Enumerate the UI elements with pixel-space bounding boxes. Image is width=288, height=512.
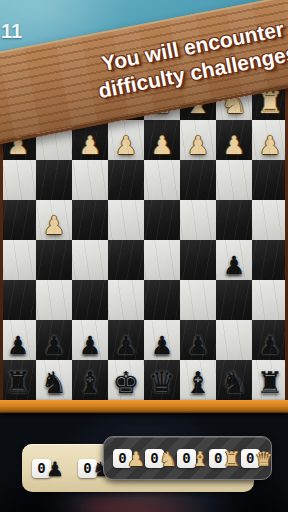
square[interactable]: ♚ [108,360,144,400]
square[interactable] [216,320,252,360]
level-number: 11 [1,20,22,43]
square[interactable]: ♛ [144,360,180,400]
square[interactable]: ♟ [216,120,252,160]
square[interactable] [216,160,252,200]
square[interactable] [180,160,216,200]
square[interactable] [216,200,252,240]
piece-wP[interactable]: ♟ [43,213,65,238]
square[interactable] [216,280,252,320]
square[interactable]: ♜ [0,360,36,400]
square[interactable]: ♟ [144,120,180,160]
piece-wP[interactable]: ♟ [115,133,137,158]
piece-bP[interactable]: ♟ [259,333,281,358]
square[interactable]: ♟ [180,320,216,360]
captured-counter-w-R: 0♜ [209,449,241,468]
piece-bB[interactable]: ♝ [185,368,212,398]
square[interactable] [72,200,108,240]
square[interactable] [108,240,144,280]
square[interactable]: ♟ [144,320,180,360]
app-screen: ♜♞♝♚♛♝♞♜♟♟♟♟♟♟♟♟♟♟♟♟♟♟♟♟♜♞♝♚♛♝♞♜ You wil… [0,0,288,512]
square[interactable]: ♟ [216,240,252,280]
square[interactable] [0,160,36,200]
square[interactable] [72,240,108,280]
white-piece-icon: ♟ [127,449,145,469]
square[interactable] [252,160,288,200]
piece-bP[interactable]: ♟ [43,333,65,358]
square[interactable]: ♟ [108,320,144,360]
captured-counter-b-P: 0♟ [32,459,64,478]
white-piece-icon: ♝ [191,449,209,469]
square[interactable] [36,160,72,200]
square[interactable] [0,240,36,280]
piece-bP[interactable]: ♟ [223,253,245,278]
captured-counter-w-B: 0♝ [177,449,209,468]
square[interactable] [108,280,144,320]
piece-wP[interactable]: ♟ [223,133,245,158]
square[interactable] [180,240,216,280]
board-frame-right [285,80,288,400]
square[interactable]: ♞ [36,360,72,400]
board-frame-bottom [0,400,288,413]
square[interactable] [72,280,108,320]
white-piece-icon: ♞ [159,449,177,469]
piece-wP[interactable]: ♟ [259,133,281,158]
square[interactable]: ♟ [72,320,108,360]
square[interactable] [108,200,144,240]
square[interactable]: ♟ [252,120,288,160]
square[interactable]: ♟ [180,120,216,160]
square[interactable] [180,200,216,240]
captured-counter-w-Q: 0♛ [241,449,273,468]
piece-bB[interactable]: ♝ [77,368,104,398]
piece-bQ[interactable]: ♛ [149,368,176,398]
captured-counter-w-N: 0♞ [145,449,177,468]
square[interactable] [252,200,288,240]
captured-counter-w-P: 0♟ [113,449,145,468]
piece-bP[interactable]: ♟ [151,333,173,358]
square[interactable] [108,160,144,200]
square[interactable]: ♟ [0,320,36,360]
square[interactable] [36,280,72,320]
piece-bK[interactable]: ♚ [113,368,140,398]
square[interactable] [72,160,108,200]
square[interactable] [0,280,36,320]
square[interactable]: ♟ [252,320,288,360]
square[interactable]: ♟ [36,200,72,240]
piece-bN[interactable]: ♞ [221,368,248,398]
square[interactable] [0,200,36,240]
square[interactable]: ♟ [108,120,144,160]
square[interactable]: ♝ [72,360,108,400]
square[interactable] [36,240,72,280]
square[interactable]: ♜ [252,360,288,400]
piece-bR[interactable]: ♜ [257,368,284,398]
piece-wP[interactable]: ♟ [187,133,209,158]
piece-wP[interactable]: ♟ [79,133,101,158]
piece-wP[interactable]: ♟ [151,133,173,158]
piece-bP[interactable]: ♟ [79,333,101,358]
square[interactable]: ♝ [180,360,216,400]
piece-bP[interactable]: ♟ [7,333,29,358]
square[interactable] [144,280,180,320]
piece-bR[interactable]: ♜ [5,368,32,398]
square[interactable]: ♞ [216,360,252,400]
black-piece-icon: ♟ [46,459,64,479]
white-piece-icon: ♛ [255,449,273,469]
piece-bP[interactable]: ♟ [187,333,209,358]
square[interactable]: ♟ [36,320,72,360]
square[interactable] [252,240,288,280]
square[interactable] [144,200,180,240]
square[interactable] [180,280,216,320]
square[interactable] [144,240,180,280]
captured-white-pieces-tray: 0♟0♞0♝0♜0♛ [103,436,272,480]
white-piece-icon: ♜ [223,449,241,469]
piece-bP[interactable]: ♟ [115,333,137,358]
piece-bN[interactable]: ♞ [41,368,68,398]
square[interactable] [144,160,180,200]
square[interactable] [252,280,288,320]
